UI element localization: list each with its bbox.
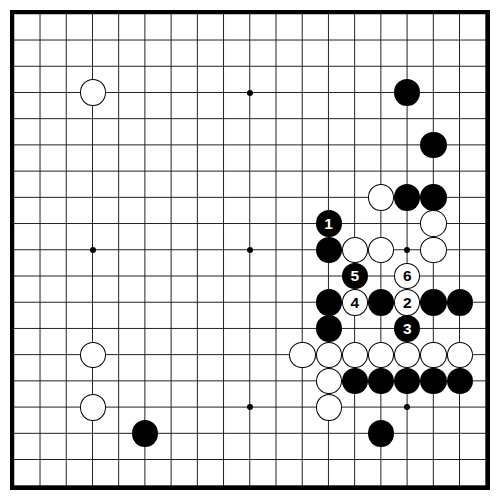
- black-stone: [316, 315, 342, 342]
- board-point-16-18: [394, 447, 420, 473]
- board-point-9-14: [211, 342, 237, 368]
- board-point-9-8: [211, 184, 237, 210]
- board-point-1-17: [1, 420, 27, 446]
- board-point-7-13: [158, 316, 184, 342]
- board-point-2-13: [27, 316, 53, 342]
- board-point-12-10: [289, 237, 315, 263]
- board-point-5-13: [106, 316, 132, 342]
- board-point-8-9: [184, 211, 210, 237]
- board-point-18-6: [447, 132, 473, 158]
- board-point-11-10: [263, 237, 289, 263]
- black-stone: [368, 420, 394, 447]
- board-point-7-6: [158, 132, 184, 158]
- board-point-1-19: [1, 473, 27, 499]
- board-point-16-2: [394, 27, 420, 53]
- board-point-14-19: [342, 473, 368, 499]
- white-stone: [342, 342, 368, 369]
- board-point-13-5: [316, 106, 342, 132]
- board-point-2-10: [27, 237, 53, 263]
- board-point-18-1: [447, 1, 473, 27]
- board-point-11-6: [263, 132, 289, 158]
- board-point-7-9: [158, 211, 184, 237]
- board-point-1-6: [1, 132, 27, 158]
- board-point-12-6: [289, 132, 315, 158]
- board-point-15-16: [368, 394, 394, 420]
- board-point-3-3: [53, 53, 79, 79]
- board-point-17-5: [420, 106, 446, 132]
- board-point-13-6: [316, 132, 342, 158]
- board-point-9-6: [211, 132, 237, 158]
- board-point-15-12: [368, 289, 394, 315]
- board-point-19-18: [473, 447, 499, 473]
- board-point-15-6: [368, 132, 394, 158]
- board-point-8-3: [184, 53, 210, 79]
- board-point-13-1: [316, 1, 342, 27]
- board-point-12-5: [289, 106, 315, 132]
- board-point-12-15: [289, 368, 315, 394]
- board-point-12-8: [289, 184, 315, 210]
- board-point-13-11: [316, 263, 342, 289]
- board-point-19-3: [473, 53, 499, 79]
- board-point-14-9: [342, 211, 368, 237]
- board-point-7-12: [158, 289, 184, 315]
- board-point-5-10: [106, 237, 132, 263]
- hoshi-point: [247, 90, 253, 96]
- board-point-14-13: [342, 316, 368, 342]
- board-point-1-18: [1, 447, 27, 473]
- board-point-17-11: [420, 263, 446, 289]
- move-3-black-stone: 3: [394, 315, 420, 342]
- board-point-9-4: [211, 80, 237, 106]
- board-point-16-19: [394, 473, 420, 499]
- white-stone: [80, 342, 106, 369]
- board-point-16-6: [394, 132, 420, 158]
- board-point-15-4: [368, 80, 394, 106]
- board-point-1-9: [1, 211, 27, 237]
- board-point-9-3: [211, 53, 237, 79]
- board-point-9-7: [211, 158, 237, 184]
- white-stone: [316, 368, 342, 395]
- board-point-2-5: [27, 106, 53, 132]
- board-point-14-4: [342, 80, 368, 106]
- board-point-15-15: [368, 368, 394, 394]
- board-point-8-4: [184, 80, 210, 106]
- board-point-9-10: [211, 237, 237, 263]
- board-point-14-14: [342, 342, 368, 368]
- white-stone: [420, 342, 446, 369]
- board-point-1-15: [1, 368, 27, 394]
- board-point-7-19: [158, 473, 184, 499]
- board-point-5-16: [106, 394, 132, 420]
- board-point-11-11: [263, 263, 289, 289]
- board-point-11-16: [263, 394, 289, 420]
- board-point-10-10: [237, 237, 263, 263]
- board-point-3-19: [53, 473, 79, 499]
- white-stone: [368, 184, 394, 211]
- board-point-14-17: [342, 420, 368, 446]
- board-point-12-3: [289, 53, 315, 79]
- board-point-5-9: [106, 211, 132, 237]
- white-stone: [447, 342, 473, 369]
- board-point-9-1: [211, 1, 237, 27]
- board-point-12-12: [289, 289, 315, 315]
- board-point-18-14: [447, 342, 473, 368]
- board-point-6-15: [132, 368, 158, 394]
- board-point-13-19: [316, 473, 342, 499]
- board-point-7-2: [158, 27, 184, 53]
- board-point-8-6: [184, 132, 210, 158]
- board-point-10-15: [237, 368, 263, 394]
- board-point-5-11: [106, 263, 132, 289]
- board-point-19-2: [473, 27, 499, 53]
- board-point-17-15: [420, 368, 446, 394]
- board-point-14-3: [342, 53, 368, 79]
- board-point-10-19: [237, 473, 263, 499]
- board-point-2-14: [27, 342, 53, 368]
- board-point-2-9: [27, 211, 53, 237]
- board-point-5-17: [106, 420, 132, 446]
- board-point-1-4: [1, 80, 27, 106]
- board-point-12-1: [289, 1, 315, 27]
- black-stone: [447, 289, 473, 316]
- black-stone: [368, 368, 394, 395]
- board-point-10-12: [237, 289, 263, 315]
- board-point-18-9: [447, 211, 473, 237]
- board-point-7-3: [158, 53, 184, 79]
- board-point-13-4: [316, 80, 342, 106]
- board-point-10-16: [237, 394, 263, 420]
- board-point-10-3: [237, 53, 263, 79]
- board-point-3-2: [53, 27, 79, 53]
- white-stone: [316, 394, 342, 421]
- black-stone: [132, 420, 158, 447]
- board-point-8-5: [184, 106, 210, 132]
- board-point-7-10: [158, 237, 184, 263]
- board-point-2-12: [27, 289, 53, 315]
- board-point-17-2: [420, 27, 446, 53]
- board-point-14-7: [342, 158, 368, 184]
- board-point-18-8: [447, 184, 473, 210]
- board-point-12-17: [289, 420, 315, 446]
- board-point-13-12: [316, 289, 342, 315]
- board-point-6-11: [132, 263, 158, 289]
- board-point-9-5: [211, 106, 237, 132]
- board-point-16-7: [394, 158, 420, 184]
- board-point-12-19: [289, 473, 315, 499]
- board-point-15-11: [368, 263, 394, 289]
- board-point-10-8: [237, 184, 263, 210]
- board-point-17-16: [420, 394, 446, 420]
- board-point-9-12: [211, 289, 237, 315]
- board-point-14-2: [342, 27, 368, 53]
- board-point-15-9: [368, 211, 394, 237]
- board-point-4-15: [80, 368, 106, 394]
- board-point-16-10: [394, 237, 420, 263]
- board-point-8-18: [184, 447, 210, 473]
- board-point-6-16: [132, 394, 158, 420]
- board-point-19-14: [473, 342, 499, 368]
- board-point-1-16: [1, 394, 27, 420]
- board-point-2-11: [27, 263, 53, 289]
- board-point-2-1: [27, 1, 53, 27]
- board-point-16-11: 6: [394, 263, 420, 289]
- board-point-10-18: [237, 447, 263, 473]
- board-point-11-4: [263, 80, 289, 106]
- board-point-1-8: [1, 184, 27, 210]
- board-point-19-6: [473, 132, 499, 158]
- board-point-11-5: [263, 106, 289, 132]
- black-stone: [447, 368, 473, 395]
- board-point-17-7: [420, 158, 446, 184]
- board-point-9-18: [211, 447, 237, 473]
- board-point-8-16: [184, 394, 210, 420]
- white-stone: [420, 210, 446, 237]
- board-point-1-1: [1, 1, 27, 27]
- board-point-19-8: [473, 184, 499, 210]
- board-point-4-10: [80, 237, 106, 263]
- board-point-8-1: [184, 1, 210, 27]
- hoshi-point: [404, 247, 410, 253]
- black-stone: [316, 289, 342, 316]
- board-point-4-12: [80, 289, 106, 315]
- board-point-15-8: [368, 184, 394, 210]
- white-stone: [289, 342, 315, 369]
- board-point-4-16: [80, 394, 106, 420]
- board-point-11-8: [263, 184, 289, 210]
- board-point-17-17: [420, 420, 446, 446]
- move-2-white-stone: 2: [394, 289, 420, 316]
- board-point-15-18: [368, 447, 394, 473]
- board-point-3-16: [53, 394, 79, 420]
- board-point-12-13: [289, 316, 315, 342]
- board-point-5-15: [106, 368, 132, 394]
- board-point-11-9: [263, 211, 289, 237]
- board-point-1-13: [1, 316, 27, 342]
- board-point-4-18: [80, 447, 106, 473]
- board-point-3-9: [53, 211, 79, 237]
- board-point-15-19: [368, 473, 394, 499]
- board-point-15-3: [368, 53, 394, 79]
- board-point-10-13: [237, 316, 263, 342]
- board-point-16-15: [394, 368, 420, 394]
- board-point-10-1: [237, 1, 263, 27]
- black-stone: [420, 289, 446, 316]
- board-point-11-7: [263, 158, 289, 184]
- board-point-18-18: [447, 447, 473, 473]
- board-point-18-12: [447, 289, 473, 315]
- board-point-19-11: [473, 263, 499, 289]
- board-point-15-10: [368, 237, 394, 263]
- board-point-12-18: [289, 447, 315, 473]
- board-point-6-14: [132, 342, 158, 368]
- board-point-15-5: [368, 106, 394, 132]
- board-point-6-8: [132, 184, 158, 210]
- board-point-4-5: [80, 106, 106, 132]
- board-point-17-19: [420, 473, 446, 499]
- board-point-3-5: [53, 106, 79, 132]
- board-point-1-5: [1, 106, 27, 132]
- board-point-18-2: [447, 27, 473, 53]
- board-point-13-14: [316, 342, 342, 368]
- board-point-14-11: 5: [342, 263, 368, 289]
- board-point-4-7: [80, 158, 106, 184]
- board-point-1-3: [1, 53, 27, 79]
- board-point-12-11: [289, 263, 315, 289]
- board-point-2-4: [27, 80, 53, 106]
- board-point-7-18: [158, 447, 184, 473]
- board-point-18-13: [447, 316, 473, 342]
- board-point-15-17: [368, 420, 394, 446]
- board-point-3-6: [53, 132, 79, 158]
- board-point-5-2: [106, 27, 132, 53]
- board-point-7-15: [158, 368, 184, 394]
- board-point-3-1: [53, 1, 79, 27]
- board-point-15-14: [368, 342, 394, 368]
- board-point-4-3: [80, 53, 106, 79]
- board-point-2-3: [27, 53, 53, 79]
- board-point-9-15: [211, 368, 237, 394]
- board-point-13-2: [316, 27, 342, 53]
- board-point-9-19: [211, 473, 237, 499]
- board-point-16-17: [394, 420, 420, 446]
- board-point-13-8: [316, 184, 342, 210]
- board-point-8-10: [184, 237, 210, 263]
- board-point-5-7: [106, 158, 132, 184]
- board-point-11-12: [263, 289, 289, 315]
- move-4-white-stone: 4: [342, 289, 368, 316]
- board-point-6-6: [132, 132, 158, 158]
- hoshi-point: [247, 247, 253, 253]
- board-point-3-18: [53, 447, 79, 473]
- board-point-8-11: [184, 263, 210, 289]
- board-point-10-6: [237, 132, 263, 158]
- board-point-17-9: [420, 211, 446, 237]
- white-stone: [394, 342, 420, 369]
- board-point-8-12: [184, 289, 210, 315]
- board-point-7-14: [158, 342, 184, 368]
- board-point-6-5: [132, 106, 158, 132]
- board-point-12-9: [289, 211, 315, 237]
- board-point-18-10: [447, 237, 473, 263]
- board-point-13-17: [316, 420, 342, 446]
- board-point-19-9: [473, 211, 499, 237]
- board-point-14-10: [342, 237, 368, 263]
- board-point-17-10: [420, 237, 446, 263]
- board-point-18-16: [447, 394, 473, 420]
- white-stone: [368, 237, 394, 264]
- board-point-17-13: [420, 316, 446, 342]
- board-point-13-15: [316, 368, 342, 394]
- board-point-16-16: [394, 394, 420, 420]
- board-point-1-7: [1, 158, 27, 184]
- board-point-8-8: [184, 184, 210, 210]
- go-board: 156423: [10, 10, 490, 490]
- black-stone: [394, 184, 420, 211]
- board-point-13-3: [316, 53, 342, 79]
- board-point-4-13: [80, 316, 106, 342]
- board-point-17-1: [420, 1, 446, 27]
- board-point-17-6: [420, 132, 446, 158]
- board-point-4-17: [80, 420, 106, 446]
- board-point-15-1: [368, 1, 394, 27]
- board-point-6-7: [132, 158, 158, 184]
- board-point-11-19: [263, 473, 289, 499]
- board-point-14-5: [342, 106, 368, 132]
- board-point-7-4: [158, 80, 184, 106]
- board-point-9-9: [211, 211, 237, 237]
- board-point-19-19: [473, 473, 499, 499]
- board-point-13-16: [316, 394, 342, 420]
- white-stone: [316, 342, 342, 369]
- board-point-13-13: [316, 316, 342, 342]
- board-point-15-7: [368, 158, 394, 184]
- board-point-6-2: [132, 27, 158, 53]
- board-point-15-13: [368, 316, 394, 342]
- board-point-19-4: [473, 80, 499, 106]
- board-point-4-19: [80, 473, 106, 499]
- board-point-6-12: [132, 289, 158, 315]
- board-point-11-18: [263, 447, 289, 473]
- board-point-2-17: [27, 420, 53, 446]
- board-point-8-19: [184, 473, 210, 499]
- board-point-11-2: [263, 27, 289, 53]
- board-point-16-12: 2: [394, 289, 420, 315]
- board-point-15-2: [368, 27, 394, 53]
- board-point-9-17: [211, 420, 237, 446]
- board-point-4-1: [80, 1, 106, 27]
- board-point-5-18: [106, 447, 132, 473]
- board-point-4-9: [80, 211, 106, 237]
- board-point-1-10: [1, 237, 27, 263]
- black-stone: [420, 184, 446, 211]
- black-stone: [420, 368, 446, 395]
- board-point-16-1: [394, 1, 420, 27]
- board-point-9-16: [211, 394, 237, 420]
- board-point-4-8: [80, 184, 106, 210]
- move-1-black-stone: 1: [316, 210, 342, 237]
- board-point-12-16: [289, 394, 315, 420]
- board-point-2-15: [27, 368, 53, 394]
- board-point-18-3: [447, 53, 473, 79]
- board-point-12-7: [289, 158, 315, 184]
- board-point-1-2: [1, 27, 27, 53]
- board-point-12-2: [289, 27, 315, 53]
- board-point-10-7: [237, 158, 263, 184]
- board-point-3-14: [53, 342, 79, 368]
- board-point-2-2: [27, 27, 53, 53]
- board-point-6-18: [132, 447, 158, 473]
- board-point-1-12: [1, 289, 27, 315]
- black-stone: [316, 237, 342, 264]
- board-point-10-2: [237, 27, 263, 53]
- board-point-10-17: [237, 420, 263, 446]
- board-point-3-12: [53, 289, 79, 315]
- board-point-17-18: [420, 447, 446, 473]
- board-point-11-13: [263, 316, 289, 342]
- board-point-19-1: [473, 1, 499, 27]
- board-point-18-7: [447, 158, 473, 184]
- board-point-5-8: [106, 184, 132, 210]
- board-point-19-13: [473, 316, 499, 342]
- board-point-6-17: [132, 420, 158, 446]
- board-point-7-7: [158, 158, 184, 184]
- board-point-2-18: [27, 447, 53, 473]
- board-point-16-9: [394, 211, 420, 237]
- board-point-7-8: [158, 184, 184, 210]
- board-point-8-7: [184, 158, 210, 184]
- board-point-4-14: [80, 342, 106, 368]
- black-stone: [342, 368, 368, 395]
